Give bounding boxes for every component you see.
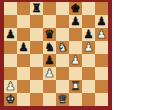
square-d2[interactable] xyxy=(43,80,56,93)
square-d3[interactable]: ♟ xyxy=(43,67,56,80)
black-pawn-f7[interactable]: ♟ xyxy=(69,15,82,28)
square-g4[interactable] xyxy=(82,54,95,67)
square-b1[interactable] xyxy=(17,93,30,106)
square-h5[interactable] xyxy=(95,41,108,54)
square-c6[interactable] xyxy=(30,28,43,41)
square-h1[interactable] xyxy=(95,93,108,106)
square-h4[interactable] xyxy=(95,54,108,67)
square-e1[interactable]: ♛ xyxy=(56,93,69,106)
square-a8[interactable] xyxy=(4,2,17,15)
square-b8[interactable] xyxy=(17,2,30,15)
white-pawn-g5[interactable]: ♟ xyxy=(82,41,95,54)
white-queen-e1[interactable]: ♛ xyxy=(56,93,69,106)
square-c2[interactable] xyxy=(30,80,43,93)
white-knight-e5[interactable]: ♞ xyxy=(56,41,69,54)
square-e7[interactable] xyxy=(56,15,69,28)
square-a1[interactable]: ♚ xyxy=(4,93,17,106)
square-e3[interactable] xyxy=(56,67,69,80)
square-g3[interactable] xyxy=(82,67,95,80)
square-c4[interactable] xyxy=(30,54,43,67)
square-b3[interactable] xyxy=(17,67,30,80)
white-pawn-d3[interactable]: ♟ xyxy=(43,67,56,80)
square-c7[interactable] xyxy=(30,15,43,28)
square-f1[interactable] xyxy=(69,93,82,106)
square-b7[interactable] xyxy=(17,15,30,28)
white-king-a1[interactable]: ♚ xyxy=(4,93,17,106)
square-c8[interactable]: ♜ xyxy=(30,2,43,15)
square-d1[interactable] xyxy=(43,93,56,106)
square-b4[interactable] xyxy=(17,54,30,67)
white-rook-f2[interactable]: ♜ xyxy=(69,80,82,93)
black-rook-c8[interactable]: ♜ xyxy=(30,2,43,15)
square-f7[interactable]: ♟ xyxy=(69,15,82,28)
white-pawn-f4[interactable]: ♟ xyxy=(69,54,82,67)
square-h6[interactable]: ♟ xyxy=(95,28,108,41)
white-pawn-h6[interactable]: ♟ xyxy=(95,28,108,41)
square-c1[interactable] xyxy=(30,93,43,106)
chess-board: ♜♚♟♟♟♛♟♟♟♞♞♟♟♟♟♟♜♚♛ xyxy=(4,2,108,106)
square-e8[interactable] xyxy=(56,2,69,15)
square-d8[interactable] xyxy=(43,2,56,15)
square-g1[interactable] xyxy=(82,93,95,106)
screenshot-root: ♜♚♟♟♟♛♟♟♟♞♞♟♟♟♟♟♜♚♛ xyxy=(0,0,147,110)
square-c3[interactable] xyxy=(30,67,43,80)
square-f6[interactable] xyxy=(69,28,82,41)
square-a5[interactable] xyxy=(4,41,17,54)
square-a6[interactable]: ♟ xyxy=(4,28,17,41)
square-a4[interactable] xyxy=(4,54,17,67)
square-h3[interactable] xyxy=(95,67,108,80)
square-f4[interactable]: ♟ xyxy=(69,54,82,67)
square-c5[interactable] xyxy=(30,41,43,54)
black-pawn-b5[interactable]: ♟ xyxy=(17,41,30,54)
square-h2[interactable] xyxy=(95,80,108,93)
chess-board-frame: ♜♚♟♟♟♛♟♟♟♞♞♟♟♟♟♟♜♚♛ xyxy=(0,0,112,110)
black-pawn-a6[interactable]: ♟ xyxy=(4,28,17,41)
square-g8[interactable] xyxy=(82,2,95,15)
square-e4[interactable] xyxy=(56,54,69,67)
square-b5[interactable]: ♟ xyxy=(17,41,30,54)
square-b2[interactable] xyxy=(17,80,30,93)
square-f2[interactable]: ♜ xyxy=(69,80,82,93)
square-g2[interactable] xyxy=(82,80,95,93)
square-e5[interactable]: ♞ xyxy=(56,41,69,54)
square-g5[interactable]: ♟ xyxy=(82,41,95,54)
